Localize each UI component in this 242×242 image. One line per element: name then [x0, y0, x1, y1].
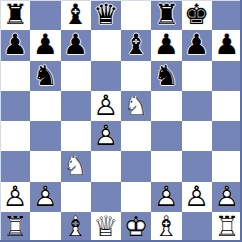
white-piece-outline: ♙ — [91, 121, 121, 151]
square-b4[interactable] — [30, 121, 60, 151]
square-g2[interactable]: ♟♙ — [182, 182, 212, 212]
square-d1[interactable]: ♛♕ — [91, 212, 121, 242]
square-d6[interactable] — [91, 61, 121, 91]
black-piece-fill: ♜ — [0, 0, 30, 30]
white-piece-outline: ♙ — [212, 182, 242, 212]
square-c3[interactable]: ♞♘ — [61, 151, 91, 181]
square-e5[interactable]: ♞♘ — [121, 91, 151, 121]
square-g1[interactable] — [182, 212, 212, 242]
square-d8[interactable]: ♛ — [91, 0, 121, 30]
piece-white-queen: ♛♕ — [91, 212, 121, 242]
piece-black-pawn: ♟ — [0, 30, 30, 60]
piece-white-pawn: ♟♙ — [91, 91, 121, 121]
square-b8[interactable] — [30, 0, 60, 30]
piece-black-pawn: ♟ — [212, 30, 242, 60]
square-c7[interactable]: ♟ — [61, 30, 91, 60]
piece-black-pawn: ♟ — [30, 30, 60, 60]
piece-white-pawn: ♟♙ — [0, 182, 30, 212]
square-e8[interactable] — [121, 0, 151, 30]
square-d3[interactable] — [91, 151, 121, 181]
piece-black-knight: ♞ — [151, 61, 181, 91]
square-f5[interactable] — [151, 91, 181, 121]
square-e1[interactable]: ♚♔ — [121, 212, 151, 242]
square-h1[interactable]: ♜♖ — [212, 212, 242, 242]
square-c4[interactable] — [61, 121, 91, 151]
white-piece-outline: ♗ — [151, 212, 181, 242]
piece-white-pawn: ♟♙ — [151, 182, 181, 212]
square-b5[interactable] — [30, 91, 60, 121]
square-g6[interactable] — [182, 61, 212, 91]
white-piece-outline: ♔ — [121, 212, 151, 242]
white-piece-outline: ♙ — [91, 91, 121, 121]
piece-black-bishop: ♝ — [121, 30, 151, 60]
square-d4[interactable]: ♟♙ — [91, 121, 121, 151]
square-f3[interactable] — [151, 151, 181, 181]
square-c8[interactable]: ♝ — [61, 0, 91, 30]
square-b7[interactable]: ♟ — [30, 30, 60, 60]
square-f6[interactable]: ♞ — [151, 61, 181, 91]
white-piece-outline: ♘ — [121, 91, 151, 121]
square-b2[interactable]: ♟♙ — [30, 182, 60, 212]
square-c1[interactable]: ♝♗ — [61, 212, 91, 242]
square-f4[interactable] — [151, 121, 181, 151]
square-g7[interactable]: ♟ — [182, 30, 212, 60]
square-d7[interactable] — [91, 30, 121, 60]
piece-white-rook: ♜♖ — [212, 212, 242, 242]
square-h5[interactable] — [212, 91, 242, 121]
white-piece-outline: ♖ — [0, 212, 30, 242]
square-f8[interactable]: ♜ — [151, 0, 181, 30]
square-g3[interactable] — [182, 151, 212, 181]
square-g8[interactable]: ♚ — [182, 0, 212, 30]
piece-white-pawn: ♟♙ — [212, 182, 242, 212]
white-piece-outline: ♕ — [91, 212, 121, 242]
square-d5[interactable]: ♟♙ — [91, 91, 121, 121]
piece-black-king: ♚ — [182, 0, 212, 30]
white-piece-outline: ♙ — [182, 182, 212, 212]
square-e2[interactable] — [121, 182, 151, 212]
white-piece-outline: ♙ — [30, 182, 60, 212]
square-g4[interactable] — [182, 121, 212, 151]
black-piece-fill: ♟ — [61, 30, 91, 60]
black-piece-fill: ♟ — [182, 30, 212, 60]
chess-board: ♜♝♛♜♚♟♟♟♝♟♟♟♞♞♟♙♞♘♟♙♞♘♟♙♟♙♟♙♟♙♟♙♜♖♝♗♛♕♚♔… — [0, 0, 242, 242]
piece-white-knight: ♞♘ — [61, 151, 91, 181]
piece-white-king: ♚♔ — [121, 212, 151, 242]
black-piece-fill: ♟ — [212, 30, 242, 60]
square-e7[interactable]: ♝ — [121, 30, 151, 60]
square-a2[interactable]: ♟♙ — [0, 182, 30, 212]
black-piece-fill: ♟ — [30, 30, 60, 60]
square-a3[interactable] — [0, 151, 30, 181]
square-c2[interactable] — [61, 182, 91, 212]
piece-white-pawn: ♟♙ — [91, 121, 121, 151]
black-piece-fill: ♜ — [151, 0, 181, 30]
black-piece-fill: ♞ — [151, 61, 181, 91]
black-piece-fill: ♛ — [91, 0, 121, 30]
piece-black-queen: ♛ — [91, 0, 121, 30]
white-piece-outline: ♙ — [0, 182, 30, 212]
square-e4[interactable] — [121, 121, 151, 151]
piece-white-bishop: ♝♗ — [151, 212, 181, 242]
white-piece-outline: ♙ — [151, 182, 181, 212]
black-piece-fill: ♞ — [30, 61, 60, 91]
square-b3[interactable] — [30, 151, 60, 181]
black-piece-fill: ♝ — [121, 30, 151, 60]
white-piece-outline: ♖ — [212, 212, 242, 242]
piece-black-rook: ♜ — [0, 0, 30, 30]
piece-black-pawn: ♟ — [61, 30, 91, 60]
square-a5[interactable] — [0, 91, 30, 121]
square-g5[interactable] — [182, 91, 212, 121]
square-h4[interactable] — [212, 121, 242, 151]
piece-black-bishop: ♝ — [61, 0, 91, 30]
square-h7[interactable]: ♟ — [212, 30, 242, 60]
square-b1[interactable] — [30, 212, 60, 242]
square-b6[interactable]: ♞ — [30, 61, 60, 91]
square-f1[interactable]: ♝♗ — [151, 212, 181, 242]
square-h6[interactable] — [212, 61, 242, 91]
piece-black-knight: ♞ — [30, 61, 60, 91]
square-a1[interactable]: ♜♖ — [0, 212, 30, 242]
square-a7[interactable]: ♟ — [0, 30, 30, 60]
square-a6[interactable] — [0, 61, 30, 91]
piece-white-knight: ♞♘ — [121, 91, 151, 121]
piece-black-rook: ♜ — [151, 0, 181, 30]
square-h8[interactable] — [212, 0, 242, 30]
square-f2[interactable]: ♟♙ — [151, 182, 181, 212]
piece-black-pawn: ♟ — [182, 30, 212, 60]
square-d2[interactable] — [91, 182, 121, 212]
white-piece-outline: ♘ — [61, 151, 91, 181]
square-e6[interactable] — [121, 61, 151, 91]
white-piece-outline: ♗ — [61, 212, 91, 242]
piece-white-bishop: ♝♗ — [61, 212, 91, 242]
square-c5[interactable] — [61, 91, 91, 121]
piece-white-rook: ♜♖ — [0, 212, 30, 242]
black-piece-fill: ♟ — [0, 30, 30, 60]
square-a8[interactable]: ♜ — [0, 0, 30, 30]
square-h3[interactable] — [212, 151, 242, 181]
square-h2[interactable]: ♟♙ — [212, 182, 242, 212]
black-piece-fill: ♚ — [182, 0, 212, 30]
black-piece-fill: ♝ — [61, 0, 91, 30]
black-piece-fill: ♟ — [151, 30, 181, 60]
piece-white-pawn: ♟♙ — [182, 182, 212, 212]
square-c6[interactable] — [61, 61, 91, 91]
square-f7[interactable]: ♟ — [151, 30, 181, 60]
piece-black-pawn: ♟ — [151, 30, 181, 60]
piece-white-pawn: ♟♙ — [30, 182, 60, 212]
square-e3[interactable] — [121, 151, 151, 181]
square-a4[interactable] — [0, 121, 30, 151]
